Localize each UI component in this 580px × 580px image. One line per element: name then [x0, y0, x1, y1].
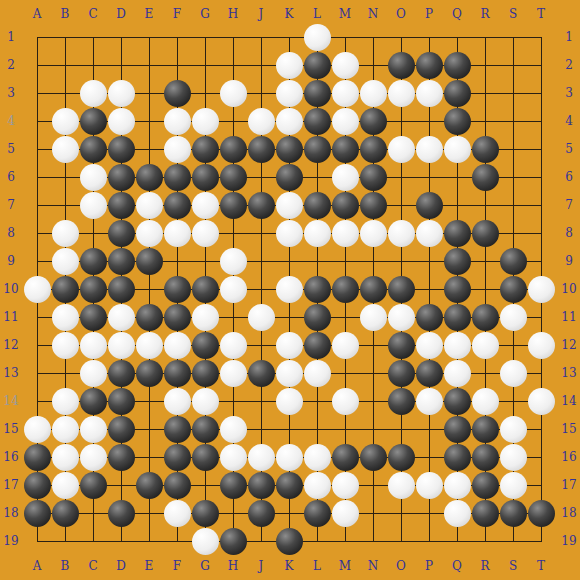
- stone-black-F11[interactable]: [164, 304, 191, 331]
- column-label-bottom: A: [25, 560, 49, 572]
- row-label-right: 15: [557, 423, 580, 435]
- stone-white-D4[interactable]: [108, 108, 135, 135]
- column-label-bottom: K: [277, 560, 301, 572]
- stone-black-C10[interactable]: [80, 276, 107, 303]
- stone-white-M14[interactable]: [332, 388, 359, 415]
- stone-black-D14[interactable]: [108, 388, 135, 415]
- column-label-bottom: L: [305, 560, 329, 572]
- stone-white-T14[interactable]: [528, 388, 555, 415]
- stone-white-A15[interactable]: [24, 416, 51, 443]
- stone-white-S15[interactable]: [500, 416, 527, 443]
- stone-black-A17[interactable]: [24, 472, 51, 499]
- stone-white-O11[interactable]: [388, 304, 415, 331]
- row-label-right: 18: [557, 507, 580, 519]
- stone-black-N6[interactable]: [360, 164, 387, 191]
- row-label-left: 4: [0, 115, 23, 127]
- stone-white-B8[interactable]: [52, 220, 79, 247]
- stone-white-O3[interactable]: [388, 80, 415, 107]
- stone-black-M7[interactable]: [332, 192, 359, 219]
- stone-white-D3[interactable]: [108, 80, 135, 107]
- grid-line-vertical: [429, 37, 430, 542]
- stone-black-O13[interactable]: [388, 360, 415, 387]
- stone-black-J17[interactable]: [248, 472, 275, 499]
- stone-white-G11[interactable]: [192, 304, 219, 331]
- stone-black-D10[interactable]: [108, 276, 135, 303]
- stone-white-C16[interactable]: [80, 444, 107, 471]
- stone-white-L13[interactable]: [304, 360, 331, 387]
- stone-white-F5[interactable]: [164, 136, 191, 163]
- stone-white-C12[interactable]: [80, 332, 107, 359]
- stone-black-M10[interactable]: [332, 276, 359, 303]
- stone-black-D5[interactable]: [108, 136, 135, 163]
- row-label-left: 13: [0, 367, 23, 379]
- column-label-bottom: S: [501, 560, 525, 572]
- stone-black-G12[interactable]: [192, 332, 219, 359]
- stone-black-F16[interactable]: [164, 444, 191, 471]
- stone-white-G4[interactable]: [192, 108, 219, 135]
- stone-black-Q8[interactable]: [444, 220, 471, 247]
- stone-black-E11[interactable]: [136, 304, 163, 331]
- stone-black-G15[interactable]: [192, 416, 219, 443]
- stone-black-Q10[interactable]: [444, 276, 471, 303]
- stone-black-E17[interactable]: [136, 472, 163, 499]
- stone-black-L2[interactable]: [304, 52, 331, 79]
- stone-white-P3[interactable]: [416, 80, 443, 107]
- stone-white-K13[interactable]: [276, 360, 303, 387]
- column-label-bottom: F: [165, 560, 189, 572]
- column-label-top: C: [81, 8, 105, 20]
- stone-white-S17[interactable]: [500, 472, 527, 499]
- column-label-top: O: [389, 8, 413, 20]
- row-label-right: 8: [557, 227, 580, 239]
- stone-black-L10[interactable]: [304, 276, 331, 303]
- stone-white-H13[interactable]: [220, 360, 247, 387]
- column-label-bottom: B: [53, 560, 77, 572]
- stone-black-A18[interactable]: [24, 500, 51, 527]
- stone-white-K14[interactable]: [276, 388, 303, 415]
- stone-black-E13[interactable]: [136, 360, 163, 387]
- stone-black-Q16[interactable]: [444, 444, 471, 471]
- stone-black-Q15[interactable]: [444, 416, 471, 443]
- stone-white-B4[interactable]: [52, 108, 79, 135]
- stone-black-Q4[interactable]: [444, 108, 471, 135]
- stone-white-L17[interactable]: [304, 472, 331, 499]
- stone-white-M17[interactable]: [332, 472, 359, 499]
- stone-black-C9[interactable]: [80, 248, 107, 275]
- row-label-left: 10: [0, 283, 23, 295]
- column-label-top: T: [529, 8, 553, 20]
- column-label-top: E: [137, 8, 161, 20]
- stone-white-C7[interactable]: [80, 192, 107, 219]
- stone-black-Q3[interactable]: [444, 80, 471, 107]
- row-label-left: 3: [0, 87, 23, 99]
- column-label-bottom: D: [109, 560, 133, 572]
- stone-white-K16[interactable]: [276, 444, 303, 471]
- stone-black-D9[interactable]: [108, 248, 135, 275]
- column-label-bottom: O: [389, 560, 413, 572]
- stone-white-G8[interactable]: [192, 220, 219, 247]
- stone-black-D15[interactable]: [108, 416, 135, 443]
- stone-white-G19[interactable]: [192, 528, 219, 555]
- stone-black-S10[interactable]: [500, 276, 527, 303]
- stone-white-N11[interactable]: [360, 304, 387, 331]
- stone-black-H19[interactable]: [220, 528, 247, 555]
- stone-black-T18[interactable]: [528, 500, 555, 527]
- stone-white-J4[interactable]: [248, 108, 275, 135]
- stone-black-C5[interactable]: [80, 136, 107, 163]
- stone-white-O5[interactable]: [388, 136, 415, 163]
- column-label-top: K: [277, 8, 301, 20]
- stone-white-M2[interactable]: [332, 52, 359, 79]
- column-label-top: N: [361, 8, 385, 20]
- stone-white-B16[interactable]: [52, 444, 79, 471]
- stone-black-K6[interactable]: [276, 164, 303, 191]
- stone-white-T10[interactable]: [528, 276, 555, 303]
- stone-white-R14[interactable]: [472, 388, 499, 415]
- stone-white-K2[interactable]: [276, 52, 303, 79]
- stone-black-P13[interactable]: [416, 360, 443, 387]
- stone-white-B11[interactable]: [52, 304, 79, 331]
- stone-white-K10[interactable]: [276, 276, 303, 303]
- stone-white-L8[interactable]: [304, 220, 331, 247]
- stone-white-J11[interactable]: [248, 304, 275, 331]
- stone-black-R11[interactable]: [472, 304, 499, 331]
- stone-black-J18[interactable]: [248, 500, 275, 527]
- stone-black-G18[interactable]: [192, 500, 219, 527]
- stone-black-J5[interactable]: [248, 136, 275, 163]
- row-label-left: 11: [0, 311, 23, 323]
- stone-black-B10[interactable]: [52, 276, 79, 303]
- stone-white-Q5[interactable]: [444, 136, 471, 163]
- stone-black-L11[interactable]: [304, 304, 331, 331]
- stone-white-B5[interactable]: [52, 136, 79, 163]
- go-board-screen: AA11BB22CC33DD44EE55FF66GG77HH88JJ99KK10…: [0, 0, 580, 580]
- stone-white-H12[interactable]: [220, 332, 247, 359]
- stone-black-R15[interactable]: [472, 416, 499, 443]
- stone-white-N3[interactable]: [360, 80, 387, 107]
- column-label-top: P: [417, 8, 441, 20]
- stone-black-R18[interactable]: [472, 500, 499, 527]
- stone-black-H5[interactable]: [220, 136, 247, 163]
- column-label-top: R: [473, 8, 497, 20]
- stone-black-F15[interactable]: [164, 416, 191, 443]
- row-label-left: 12: [0, 339, 23, 351]
- column-label-top: A: [25, 8, 49, 20]
- stone-black-H7[interactable]: [220, 192, 247, 219]
- column-label-top: S: [501, 8, 525, 20]
- row-label-left: 5: [0, 143, 23, 155]
- stone-black-N10[interactable]: [360, 276, 387, 303]
- stone-white-B17[interactable]: [52, 472, 79, 499]
- stone-black-S18[interactable]: [500, 500, 527, 527]
- stone-white-C3[interactable]: [80, 80, 107, 107]
- stone-white-S11[interactable]: [500, 304, 527, 331]
- stone-black-F3[interactable]: [164, 80, 191, 107]
- stone-black-B18[interactable]: [52, 500, 79, 527]
- row-label-left: 15: [0, 423, 23, 435]
- stone-black-D18[interactable]: [108, 500, 135, 527]
- column-label-bottom: C: [81, 560, 105, 572]
- stone-black-Q14[interactable]: [444, 388, 471, 415]
- stone-black-O10[interactable]: [388, 276, 415, 303]
- column-label-top: L: [305, 8, 329, 20]
- stone-black-R5[interactable]: [472, 136, 499, 163]
- stone-black-O14[interactable]: [388, 388, 415, 415]
- row-label-right: 12: [557, 339, 580, 351]
- stone-black-G6[interactable]: [192, 164, 219, 191]
- column-label-top: Q: [445, 8, 469, 20]
- column-label-bottom: H: [221, 560, 245, 572]
- stone-white-F14[interactable]: [164, 388, 191, 415]
- stone-white-A10[interactable]: [24, 276, 51, 303]
- stone-white-M18[interactable]: [332, 500, 359, 527]
- row-label-right: 4: [557, 115, 580, 127]
- stone-white-M12[interactable]: [332, 332, 359, 359]
- stone-black-K17[interactable]: [276, 472, 303, 499]
- stone-black-F10[interactable]: [164, 276, 191, 303]
- stone-black-N4[interactable]: [360, 108, 387, 135]
- stone-white-R12[interactable]: [472, 332, 499, 359]
- row-label-right: 17: [557, 479, 580, 491]
- row-label-right: 13: [557, 367, 580, 379]
- stone-black-D8[interactable]: [108, 220, 135, 247]
- stone-white-P5[interactable]: [416, 136, 443, 163]
- column-label-top: D: [109, 8, 133, 20]
- stone-white-H3[interactable]: [220, 80, 247, 107]
- stone-black-K5[interactable]: [276, 136, 303, 163]
- row-label-right: 10: [557, 283, 580, 295]
- row-label-left: 14: [0, 395, 23, 407]
- stone-white-M4[interactable]: [332, 108, 359, 135]
- stone-black-G10[interactable]: [192, 276, 219, 303]
- stone-white-G14[interactable]: [192, 388, 219, 415]
- stone-black-P7[interactable]: [416, 192, 443, 219]
- column-label-bottom: Q: [445, 560, 469, 572]
- stone-white-E12[interactable]: [136, 332, 163, 359]
- column-label-bottom: N: [361, 560, 385, 572]
- row-label-left: 1: [0, 31, 23, 43]
- column-label-bottom: J: [249, 560, 273, 572]
- row-label-right: 9: [557, 255, 580, 267]
- stone-white-K12[interactable]: [276, 332, 303, 359]
- stone-white-S13[interactable]: [500, 360, 527, 387]
- stone-white-T12[interactable]: [528, 332, 555, 359]
- stone-black-L18[interactable]: [304, 500, 331, 527]
- stone-black-J7[interactable]: [248, 192, 275, 219]
- stone-black-D13[interactable]: [108, 360, 135, 387]
- stone-white-P14[interactable]: [416, 388, 443, 415]
- stone-white-H16[interactable]: [220, 444, 247, 471]
- stone-black-P11[interactable]: [416, 304, 443, 331]
- stone-black-G5[interactable]: [192, 136, 219, 163]
- stone-white-N8[interactable]: [360, 220, 387, 247]
- stone-white-K3[interactable]: [276, 80, 303, 107]
- row-label-left: 7: [0, 199, 23, 211]
- stone-black-F6[interactable]: [164, 164, 191, 191]
- row-label-left: 2: [0, 59, 23, 71]
- stone-black-J13[interactable]: [248, 360, 275, 387]
- stone-white-E8[interactable]: [136, 220, 163, 247]
- row-label-right: 7: [557, 199, 580, 211]
- stone-black-E9[interactable]: [136, 248, 163, 275]
- column-label-top: G: [193, 8, 217, 20]
- row-label-left: 18: [0, 507, 23, 519]
- stone-white-L1[interactable]: [304, 24, 331, 51]
- stone-white-B12[interactable]: [52, 332, 79, 359]
- stone-white-M3[interactable]: [332, 80, 359, 107]
- stone-black-L5[interactable]: [304, 136, 331, 163]
- stone-black-C17[interactable]: [80, 472, 107, 499]
- stone-black-D6[interactable]: [108, 164, 135, 191]
- stone-black-G13[interactable]: [192, 360, 219, 387]
- stone-white-H9[interactable]: [220, 248, 247, 275]
- row-label-right: 1: [557, 31, 580, 43]
- stone-black-R16[interactable]: [472, 444, 499, 471]
- stone-white-M6[interactable]: [332, 164, 359, 191]
- stone-black-K19[interactable]: [276, 528, 303, 555]
- stone-black-O2[interactable]: [388, 52, 415, 79]
- stone-black-N7[interactable]: [360, 192, 387, 219]
- row-label-right: 11: [557, 311, 580, 323]
- stone-black-G16[interactable]: [192, 444, 219, 471]
- stone-white-E7[interactable]: [136, 192, 163, 219]
- stone-white-H10[interactable]: [220, 276, 247, 303]
- stone-white-C13[interactable]: [80, 360, 107, 387]
- stone-black-L7[interactable]: [304, 192, 331, 219]
- stone-black-Q9[interactable]: [444, 248, 471, 275]
- stone-black-F17[interactable]: [164, 472, 191, 499]
- stone-black-R17[interactable]: [472, 472, 499, 499]
- stone-black-O12[interactable]: [388, 332, 415, 359]
- row-label-left: 17: [0, 479, 23, 491]
- stone-black-F13[interactable]: [164, 360, 191, 387]
- stone-black-R6[interactable]: [472, 164, 499, 191]
- stone-black-Q2[interactable]: [444, 52, 471, 79]
- row-label-left: 6: [0, 171, 23, 183]
- row-label-left: 8: [0, 227, 23, 239]
- stone-black-D7[interactable]: [108, 192, 135, 219]
- row-label-right: 16: [557, 451, 580, 463]
- row-label-left: 19: [0, 535, 23, 547]
- row-label-right: 19: [557, 535, 580, 547]
- stone-white-J16[interactable]: [248, 444, 275, 471]
- stone-black-L3[interactable]: [304, 80, 331, 107]
- stone-white-G7[interactable]: [192, 192, 219, 219]
- stone-black-P2[interactable]: [416, 52, 443, 79]
- stone-black-O16[interactable]: [388, 444, 415, 471]
- stone-white-S16[interactable]: [500, 444, 527, 471]
- stone-black-H6[interactable]: [220, 164, 247, 191]
- stone-black-F7[interactable]: [164, 192, 191, 219]
- stone-white-P12[interactable]: [416, 332, 443, 359]
- stone-black-L4[interactable]: [304, 108, 331, 135]
- stone-black-N16[interactable]: [360, 444, 387, 471]
- stone-white-B14[interactable]: [52, 388, 79, 415]
- stone-white-Q13[interactable]: [444, 360, 471, 387]
- column-label-bottom: E: [137, 560, 161, 572]
- stone-black-D16[interactable]: [108, 444, 135, 471]
- column-label-bottom: R: [473, 560, 497, 572]
- stone-black-E6[interactable]: [136, 164, 163, 191]
- stone-black-C14[interactable]: [80, 388, 107, 415]
- stone-white-C15[interactable]: [80, 416, 107, 443]
- row-label-left: 16: [0, 451, 23, 463]
- stone-white-Q18[interactable]: [444, 500, 471, 527]
- stone-black-M5[interactable]: [332, 136, 359, 163]
- stone-white-B9[interactable]: [52, 248, 79, 275]
- row-label-right: 2: [557, 59, 580, 71]
- stone-black-S9[interactable]: [500, 248, 527, 275]
- stone-white-K7[interactable]: [276, 192, 303, 219]
- row-label-right: 6: [557, 171, 580, 183]
- stone-white-O17[interactable]: [388, 472, 415, 499]
- stone-white-F8[interactable]: [164, 220, 191, 247]
- stone-white-B15[interactable]: [52, 416, 79, 443]
- column-label-top: H: [221, 8, 245, 20]
- row-label-right: 5: [557, 143, 580, 155]
- stone-white-P8[interactable]: [416, 220, 443, 247]
- row-label-right: 3: [557, 87, 580, 99]
- column-label-top: M: [333, 8, 357, 20]
- stone-white-K8[interactable]: [276, 220, 303, 247]
- stone-white-D11[interactable]: [108, 304, 135, 331]
- stone-black-H17[interactable]: [220, 472, 247, 499]
- stone-white-D12[interactable]: [108, 332, 135, 359]
- stone-white-K4[interactable]: [276, 108, 303, 135]
- stone-white-L16[interactable]: [304, 444, 331, 471]
- stone-white-Q12[interactable]: [444, 332, 471, 359]
- stone-white-F18[interactable]: [164, 500, 191, 527]
- stone-black-M16[interactable]: [332, 444, 359, 471]
- column-label-top: J: [249, 8, 273, 20]
- column-label-top: B: [53, 8, 77, 20]
- stone-white-H15[interactable]: [220, 416, 247, 443]
- stone-white-F4[interactable]: [164, 108, 191, 135]
- stone-white-M8[interactable]: [332, 220, 359, 247]
- stone-white-C6[interactable]: [80, 164, 107, 191]
- column-label-bottom: M: [333, 560, 357, 572]
- stone-white-F12[interactable]: [164, 332, 191, 359]
- row-label-right: 14: [557, 395, 580, 407]
- column-label-bottom: G: [193, 560, 217, 572]
- stone-black-N5[interactable]: [360, 136, 387, 163]
- column-label-bottom: P: [417, 560, 441, 572]
- stone-black-C11[interactable]: [80, 304, 107, 331]
- stone-white-Q17[interactable]: [444, 472, 471, 499]
- stone-white-O8[interactable]: [388, 220, 415, 247]
- column-label-bottom: T: [529, 560, 553, 572]
- stone-black-L12[interactable]: [304, 332, 331, 359]
- row-label-left: 9: [0, 255, 23, 267]
- stone-black-Q11[interactable]: [444, 304, 471, 331]
- column-label-top: F: [165, 8, 189, 20]
- stone-black-R8[interactable]: [472, 220, 499, 247]
- stone-white-P17[interactable]: [416, 472, 443, 499]
- stone-black-A16[interactable]: [24, 444, 51, 471]
- stone-black-C4[interactable]: [80, 108, 107, 135]
